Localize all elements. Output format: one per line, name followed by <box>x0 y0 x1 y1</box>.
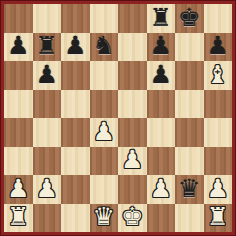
square-f6[interactable]: ♟ <box>147 61 176 90</box>
white-king[interactable]: ♚ <box>121 204 143 229</box>
square-d2[interactable] <box>90 175 119 204</box>
square-c7[interactable]: ♟ <box>61 33 90 62</box>
square-g2[interactable]: ♛ <box>175 175 204 204</box>
square-f7[interactable]: ♟ <box>147 33 176 62</box>
square-b2[interactable]: ♟ <box>33 175 62 204</box>
square-g5[interactable] <box>175 90 204 119</box>
white-pawn[interactable]: ♟ <box>150 176 172 201</box>
square-a2[interactable]: ♟ <box>4 175 33 204</box>
square-c6[interactable] <box>61 61 90 90</box>
black-pawn[interactable]: ♟ <box>150 33 172 58</box>
white-pawn[interactable]: ♟ <box>93 119 115 144</box>
square-f1[interactable] <box>147 204 176 233</box>
square-c1[interactable] <box>61 204 90 233</box>
white-pawn[interactable]: ♟ <box>7 176 29 201</box>
black-pawn[interactable]: ♟ <box>207 33 229 58</box>
white-pawn[interactable]: ♟ <box>36 176 58 201</box>
black-pawn[interactable]: ♟ <box>36 62 58 87</box>
square-d4[interactable]: ♟ <box>90 118 119 147</box>
square-e5[interactable] <box>118 90 147 119</box>
black-queen[interactable]: ♛ <box>178 176 200 201</box>
black-pawn[interactable]: ♟ <box>64 33 86 58</box>
black-pawn[interactable]: ♟ <box>150 62 172 87</box>
square-h1[interactable]: ♜ <box>204 204 233 233</box>
square-a4[interactable] <box>4 118 33 147</box>
square-f3[interactable] <box>147 147 176 176</box>
square-g1[interactable] <box>175 204 204 233</box>
square-a8[interactable] <box>4 4 33 33</box>
square-b7[interactable]: ♜ <box>33 33 62 62</box>
square-c2[interactable] <box>61 175 90 204</box>
square-c8[interactable] <box>61 4 90 33</box>
white-pawn[interactable]: ♟ <box>207 176 229 201</box>
square-a6[interactable] <box>4 61 33 90</box>
square-g4[interactable] <box>175 118 204 147</box>
square-d7[interactable]: ♞ <box>90 33 119 62</box>
square-e8[interactable] <box>118 4 147 33</box>
square-f8[interactable]: ♜ <box>147 4 176 33</box>
square-d6[interactable] <box>90 61 119 90</box>
square-d5[interactable] <box>90 90 119 119</box>
square-d8[interactable] <box>90 4 119 33</box>
square-d1[interactable]: ♛ <box>90 204 119 233</box>
square-c5[interactable] <box>61 90 90 119</box>
square-h3[interactable] <box>204 147 233 176</box>
square-c3[interactable] <box>61 147 90 176</box>
white-rook[interactable]: ♜ <box>7 204 29 229</box>
square-e4[interactable] <box>118 118 147 147</box>
square-g3[interactable] <box>175 147 204 176</box>
black-king[interactable]: ♚ <box>178 5 200 30</box>
square-h8[interactable] <box>204 4 233 33</box>
square-a1[interactable]: ♜ <box>4 204 33 233</box>
square-e2[interactable] <box>118 175 147 204</box>
square-a3[interactable] <box>4 147 33 176</box>
square-h5[interactable] <box>204 90 233 119</box>
square-g6[interactable] <box>175 61 204 90</box>
square-b8[interactable] <box>33 4 62 33</box>
square-b5[interactable] <box>33 90 62 119</box>
white-rook[interactable]: ♜ <box>207 204 229 229</box>
board-frame: ♜♚♟♜♟♞♟♟♟♟♝♟♟♟♟♟♛♟♜♛♚♜ <box>0 0 236 236</box>
square-b3[interactable] <box>33 147 62 176</box>
square-b6[interactable]: ♟ <box>33 61 62 90</box>
black-rook[interactable]: ♜ <box>36 33 58 58</box>
square-f4[interactable] <box>147 118 176 147</box>
black-knight[interactable]: ♞ <box>93 33 115 58</box>
square-h6[interactable]: ♝ <box>204 61 233 90</box>
white-pawn[interactable]: ♟ <box>121 147 143 172</box>
square-c4[interactable] <box>61 118 90 147</box>
white-bishop[interactable]: ♝ <box>207 62 229 87</box>
square-g7[interactable] <box>175 33 204 62</box>
square-a5[interactable] <box>4 90 33 119</box>
black-pawn[interactable]: ♟ <box>7 33 29 58</box>
square-e6[interactable] <box>118 61 147 90</box>
square-h2[interactable]: ♟ <box>204 175 233 204</box>
square-a7[interactable]: ♟ <box>4 33 33 62</box>
square-h4[interactable] <box>204 118 233 147</box>
square-e1[interactable]: ♚ <box>118 204 147 233</box>
square-d3[interactable] <box>90 147 119 176</box>
square-b4[interactable] <box>33 118 62 147</box>
square-f2[interactable]: ♟ <box>147 175 176 204</box>
square-h7[interactable]: ♟ <box>204 33 233 62</box>
square-f5[interactable] <box>147 90 176 119</box>
square-e7[interactable] <box>118 33 147 62</box>
square-e3[interactable]: ♟ <box>118 147 147 176</box>
black-rook[interactable]: ♜ <box>150 5 172 30</box>
square-g8[interactable]: ♚ <box>175 4 204 33</box>
white-queen[interactable]: ♛ <box>93 204 115 229</box>
chess-board: ♜♚♟♜♟♞♟♟♟♟♝♟♟♟♟♟♛♟♜♛♚♜ <box>4 4 232 232</box>
square-b1[interactable] <box>33 204 62 233</box>
